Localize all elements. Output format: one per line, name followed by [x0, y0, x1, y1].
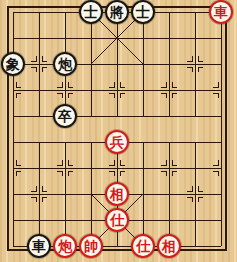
point-marker [120, 82, 125, 87]
point-marker [16, 93, 21, 98]
point-marker [187, 186, 192, 191]
piece-black-soldier[interactable]: 卒 [53, 104, 77, 128]
point-marker [198, 197, 203, 202]
point-marker [42, 56, 47, 61]
point-marker [198, 186, 203, 191]
point-marker [187, 67, 192, 72]
point-marker [109, 160, 114, 165]
piece-red-soldier[interactable]: 兵 [105, 130, 129, 154]
point-marker [161, 82, 166, 87]
point-marker [57, 160, 62, 165]
point-marker [161, 171, 166, 176]
piece-red-chariot[interactable]: 車 [209, 0, 233, 24]
point-marker [172, 171, 177, 176]
point-marker [172, 93, 177, 98]
point-marker [57, 171, 62, 176]
piece-red-cannon[interactable]: 炮 [53, 234, 77, 258]
piece-red-elephant[interactable]: 相 [105, 182, 129, 206]
piece-black-advisor[interactable]: 士 [79, 0, 103, 24]
point-marker [120, 160, 125, 165]
point-marker [109, 171, 114, 176]
point-marker [31, 67, 36, 72]
point-marker [120, 171, 125, 176]
point-marker [172, 82, 177, 87]
point-marker [31, 197, 36, 202]
point-marker [213, 171, 218, 176]
point-marker [213, 82, 218, 87]
point-marker [187, 56, 192, 61]
point-marker [161, 93, 166, 98]
point-marker [198, 67, 203, 72]
point-marker [161, 160, 166, 165]
point-marker [109, 93, 114, 98]
piece-red-general[interactable]: 帥 [79, 234, 103, 258]
point-marker [16, 171, 21, 176]
xiangqi-board: 士將士車象炮卒兵相仕車炮帥仕相 [0, 0, 237, 262]
point-marker [198, 56, 203, 61]
point-marker [68, 160, 73, 165]
point-marker [68, 82, 73, 87]
piece-red-advisor[interactable]: 仕 [131, 234, 155, 258]
point-marker [16, 160, 21, 165]
point-marker [68, 93, 73, 98]
point-marker [68, 171, 73, 176]
piece-red-elephant[interactable]: 相 [157, 234, 181, 258]
point-marker [42, 186, 47, 191]
point-marker [57, 82, 62, 87]
point-marker [120, 93, 125, 98]
point-marker [109, 82, 114, 87]
point-marker [16, 82, 21, 87]
point-marker [31, 56, 36, 61]
point-marker [213, 93, 218, 98]
point-marker [172, 160, 177, 165]
point-marker [42, 67, 47, 72]
point-marker [31, 186, 36, 191]
piece-black-chariot[interactable]: 車 [27, 234, 51, 258]
point-marker [42, 197, 47, 202]
piece-black-cannon[interactable]: 炮 [53, 52, 77, 76]
piece-black-advisor[interactable]: 士 [131, 0, 155, 24]
piece-red-advisor[interactable]: 仕 [105, 208, 129, 232]
piece-black-elephant[interactable]: 象 [1, 52, 25, 76]
point-marker [57, 93, 62, 98]
point-marker [187, 197, 192, 202]
piece-black-general[interactable]: 將 [105, 0, 129, 24]
point-marker [213, 160, 218, 165]
